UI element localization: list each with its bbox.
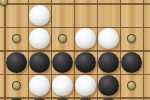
black-stone <box>98 52 119 73</box>
star-point-bead <box>12 81 21 90</box>
star-point-bead <box>127 81 136 90</box>
star-point-bead <box>58 34 67 43</box>
white-stone <box>29 75 50 96</box>
black-stone <box>29 52 50 73</box>
grid-hline <box>0 3 150 5</box>
white-stone <box>29 5 50 26</box>
grid-hline <box>0 50 150 52</box>
star-point-bead <box>12 34 21 43</box>
star-point-bead-partial <box>0 0 8 6</box>
black-stone <box>6 52 27 73</box>
black-stone <box>98 75 119 96</box>
grid-hline <box>0 27 150 29</box>
white-stone <box>75 75 96 96</box>
grid-hline <box>0 97 150 99</box>
black-stone <box>121 52 142 73</box>
gomoku-board[interactable] <box>0 0 150 100</box>
black-stone <box>52 52 73 73</box>
grid-hline <box>0 74 150 76</box>
white-stone <box>29 28 50 49</box>
star-point-bead <box>127 34 136 43</box>
white-stone <box>75 28 96 49</box>
white-stone <box>52 75 73 96</box>
white-stone <box>98 28 119 49</box>
black-stone <box>75 52 96 73</box>
